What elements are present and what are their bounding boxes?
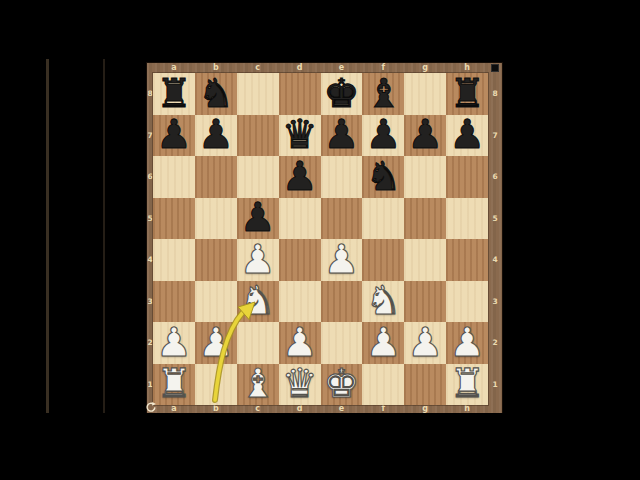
square-b8[interactable]: ♞: [195, 73, 237, 115]
square-h3[interactable]: [446, 281, 488, 323]
piece-white-knight[interactable]: ♞: [365, 280, 401, 320]
square-c2[interactable]: [237, 322, 279, 364]
piece-black-pawn[interactable]: ♟: [240, 197, 276, 237]
square-g1[interactable]: [404, 364, 446, 406]
black-to-move-indicator: [491, 64, 499, 72]
square-b2[interactable]: ♟: [195, 322, 237, 364]
square-f3[interactable]: ♞: [362, 281, 404, 323]
square-e4[interactable]: ♟: [321, 239, 363, 281]
square-a2[interactable]: ♟: [153, 322, 195, 364]
file-label-f: f: [362, 405, 404, 413]
board-squares: ♜♞♚♝♜♟♟♛♟♟♟♟♟♞♟♟♟♞♞♟♟♟♟♟♟♜♝♛♚♜: [153, 73, 488, 405]
square-g8[interactable]: [404, 73, 446, 115]
piece-white-pawn[interactable]: ♟: [156, 322, 192, 362]
file-label-b: b: [195, 405, 237, 413]
square-h1[interactable]: ♜: [446, 364, 488, 406]
piece-black-knight[interactable]: ♞: [365, 156, 401, 196]
piece-black-pawn[interactable]: ♟: [282, 156, 318, 196]
square-h7[interactable]: ♟: [446, 115, 488, 157]
rank-label-8: 8: [488, 73, 502, 115]
square-f2[interactable]: ♟: [362, 322, 404, 364]
square-d6[interactable]: ♟: [279, 156, 321, 198]
piece-black-king[interactable]: ♚: [324, 73, 360, 113]
letterbox-bottom: [0, 413, 640, 480]
piece-white-pawn[interactable]: ♟: [240, 239, 276, 279]
square-h4[interactable]: [446, 239, 488, 281]
piece-white-pawn[interactable]: ♟: [407, 322, 443, 362]
piece-white-pawn[interactable]: ♟: [449, 322, 485, 362]
rank-label-1: 1: [488, 364, 502, 406]
square-e2[interactable]: [321, 322, 363, 364]
piece-black-pawn[interactable]: ♟: [198, 114, 234, 154]
piece-white-bishop[interactable]: ♝: [240, 363, 276, 403]
flip-board-icon[interactable]: [145, 401, 157, 413]
square-a4[interactable]: [153, 239, 195, 281]
square-d1[interactable]: ♛: [279, 364, 321, 406]
piece-black-pawn[interactable]: ♟: [324, 114, 360, 154]
piece-white-rook[interactable]: ♜: [449, 363, 485, 403]
square-f8[interactable]: ♝: [362, 73, 404, 115]
piece-white-rook[interactable]: ♜: [156, 363, 192, 403]
piece-black-pawn[interactable]: ♟: [156, 114, 192, 154]
piece-white-knight[interactable]: ♞: [240, 280, 276, 320]
piece-black-queen[interactable]: ♛: [282, 114, 318, 154]
square-g5[interactable]: [404, 198, 446, 240]
rank-label-2: 2: [488, 322, 502, 364]
square-c5[interactable]: ♟: [237, 198, 279, 240]
square-c8[interactable]: [237, 73, 279, 115]
piece-white-pawn[interactable]: ♟: [282, 322, 318, 362]
rank-label-7: 7: [488, 115, 502, 157]
square-b7[interactable]: ♟: [195, 115, 237, 157]
square-f1[interactable]: [362, 364, 404, 406]
square-a8[interactable]: ♜: [153, 73, 195, 115]
square-a5[interactable]: [153, 198, 195, 240]
square-c4[interactable]: ♟: [237, 239, 279, 281]
square-h2[interactable]: ♟: [446, 322, 488, 364]
square-b5[interactable]: [195, 198, 237, 240]
file-label-g: g: [404, 405, 446, 413]
square-f7[interactable]: ♟: [362, 115, 404, 157]
square-b6[interactable]: [195, 156, 237, 198]
square-b4[interactable]: [195, 239, 237, 281]
square-f5[interactable]: [362, 198, 404, 240]
piece-black-pawn[interactable]: ♟: [449, 114, 485, 154]
square-e3[interactable]: [321, 281, 363, 323]
square-g2[interactable]: ♟: [404, 322, 446, 364]
rank-label-6: 6: [488, 156, 502, 198]
rank-label-3: 3: [488, 281, 502, 323]
rank-label-5: 5: [488, 198, 502, 240]
piece-white-pawn[interactable]: ♟: [198, 322, 234, 362]
piece-black-rook[interactable]: ♜: [156, 73, 192, 113]
square-a1[interactable]: ♜: [153, 364, 195, 406]
rank-label-4: 4: [488, 239, 502, 281]
square-a7[interactable]: ♟: [153, 115, 195, 157]
file-label-d: d: [279, 63, 321, 73]
square-e7[interactable]: ♟: [321, 115, 363, 157]
square-c1[interactable]: ♝: [237, 364, 279, 406]
square-h8[interactable]: ♜: [446, 73, 488, 115]
square-c3[interactable]: ♞: [237, 281, 279, 323]
piece-black-rook[interactable]: ♜: [449, 73, 485, 113]
square-g3[interactable]: [404, 281, 446, 323]
square-g4[interactable]: [404, 239, 446, 281]
square-d5[interactable]: [279, 198, 321, 240]
square-d4[interactable]: [279, 239, 321, 281]
square-e1[interactable]: ♚: [321, 364, 363, 406]
square-h5[interactable]: [446, 198, 488, 240]
piece-black-pawn[interactable]: ♟: [407, 114, 443, 154]
square-b1[interactable]: [195, 364, 237, 406]
piece-black-bishop[interactable]: ♝: [365, 73, 401, 113]
file-label-g: g: [404, 63, 446, 73]
file-label-c: c: [237, 63, 279, 73]
file-labels-bottom: abcdefgh: [153, 405, 488, 413]
letterbox-top: [0, 0, 640, 59]
piece-white-king[interactable]: ♚: [324, 363, 360, 403]
square-d7[interactable]: ♛: [279, 115, 321, 157]
square-e6[interactable]: [321, 156, 363, 198]
square-d8[interactable]: [279, 73, 321, 115]
wood-plank-seam: [46, 59, 49, 413]
square-f4[interactable]: [362, 239, 404, 281]
chess-board: abcdefgh abcdefgh 87654321 87654321 ♜♞♚♝…: [147, 63, 502, 413]
square-b3[interactable]: [195, 281, 237, 323]
square-a3[interactable]: [153, 281, 195, 323]
square-h6[interactable]: [446, 156, 488, 198]
square-d3[interactable]: [279, 281, 321, 323]
square-c6[interactable]: [237, 156, 279, 198]
square-f6[interactable]: ♞: [362, 156, 404, 198]
square-g7[interactable]: ♟: [404, 115, 446, 157]
square-c7[interactable]: [237, 115, 279, 157]
square-d2[interactable]: ♟: [279, 322, 321, 364]
piece-white-pawn[interactable]: ♟: [324, 239, 360, 279]
square-g6[interactable]: [404, 156, 446, 198]
piece-black-knight[interactable]: ♞: [198, 73, 234, 113]
rank-labels-right: 87654321: [488, 73, 502, 405]
square-a6[interactable]: [153, 156, 195, 198]
wood-plank-seam: [103, 59, 105, 413]
square-e8[interactable]: ♚: [321, 73, 363, 115]
wood-background: abcdefgh abcdefgh 87654321 87654321 ♜♞♚♝…: [0, 59, 640, 413]
square-e5[interactable]: [321, 198, 363, 240]
piece-white-pawn[interactable]: ♟: [365, 322, 401, 362]
piece-black-pawn[interactable]: ♟: [365, 114, 401, 154]
piece-white-queen[interactable]: ♛: [282, 363, 318, 403]
